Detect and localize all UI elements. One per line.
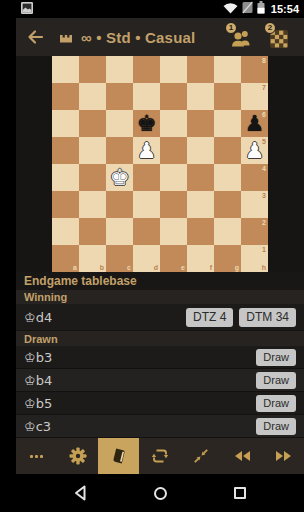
square-c5[interactable] [106, 137, 133, 164]
square-g1[interactable]: g [214, 245, 241, 272]
more-menu-button[interactable] [16, 438, 57, 474]
forward-button[interactable] [263, 438, 304, 474]
file-label-f: f [210, 264, 212, 271]
wifi-icon [223, 0, 238, 18]
android-nav-bar [16, 474, 304, 512]
boards-button[interactable]: 2 [270, 26, 294, 48]
square-h4[interactable]: 4 [241, 164, 268, 191]
battery-icon [257, 0, 265, 18]
clock-time: 15:54 [271, 3, 299, 15]
rank-label-1: 1 [262, 246, 266, 253]
square-h2[interactable]: 2 [241, 218, 268, 245]
square-f5[interactable] [187, 137, 214, 164]
square-c3[interactable] [106, 191, 133, 218]
tablebase-panel: Endgame tablebase Winning ♔d4 DTZ 4 DTM … [16, 272, 304, 438]
square-d8[interactable] [133, 56, 160, 83]
move-row-d4[interactable]: ♔d4 DTZ 4 DTM 34 [16, 304, 304, 331]
file-label-h: h [262, 264, 266, 271]
square-b8[interactable] [79, 56, 106, 83]
square-a6[interactable] [52, 110, 79, 137]
dtm-button[interactable]: DTM 34 [239, 308, 296, 327]
casual-crown-icon [58, 31, 74, 44]
chess-board: 87♚♟6♟♟5♚432abcdefg1h [52, 56, 268, 272]
square-a1[interactable]: a [52, 245, 79, 272]
settings-button[interactable] [57, 438, 98, 474]
square-g2[interactable] [214, 218, 241, 245]
flip-board-button[interactable] [139, 438, 180, 474]
analysis-toolbar [16, 438, 304, 474]
square-e8[interactable] [160, 56, 187, 83]
square-e6[interactable] [160, 110, 187, 137]
rewind-button[interactable] [222, 438, 263, 474]
square-c7[interactable] [106, 83, 133, 110]
move-row-b5[interactable]: ♔b5 Draw [16, 392, 304, 415]
square-e2[interactable] [160, 218, 187, 245]
draw-button[interactable]: Draw [256, 349, 296, 366]
players-badge: 1 [225, 22, 237, 34]
move-row-c3[interactable]: ♔c3 Draw [16, 415, 304, 438]
square-b5[interactable] [79, 137, 106, 164]
square-g8[interactable] [214, 56, 241, 83]
square-d5[interactable]: ♟ [133, 137, 160, 164]
move-san: ♔c3 [16, 419, 256, 434]
rank-label-6: 6 [262, 111, 266, 118]
square-b7[interactable] [79, 83, 106, 110]
players-button[interactable]: 1 [231, 26, 255, 48]
square-e4[interactable] [160, 164, 187, 191]
square-b6[interactable] [79, 110, 106, 137]
square-a5[interactable] [52, 137, 79, 164]
square-a2[interactable] [52, 218, 79, 245]
square-b4[interactable] [79, 164, 106, 191]
square-f1[interactable]: f [187, 245, 214, 272]
square-g7[interactable] [214, 83, 241, 110]
square-b3[interactable] [79, 191, 106, 218]
collapse-arrows-icon [193, 448, 209, 464]
square-d2[interactable] [133, 218, 160, 245]
square-d4[interactable] [133, 164, 160, 191]
square-b2[interactable] [79, 218, 106, 245]
rank-label-3: 3 [262, 192, 266, 199]
square-e3[interactable] [160, 191, 187, 218]
square-g3[interactable] [214, 191, 241, 218]
square-a3[interactable] [52, 191, 79, 218]
file-label-d: d [154, 264, 158, 271]
square-a4[interactable] [52, 164, 79, 191]
file-label-g: g [235, 264, 239, 271]
move-san: ♔d4 [16, 310, 186, 325]
square-f2[interactable] [187, 218, 214, 245]
square-f6[interactable] [187, 110, 214, 137]
boards-badge: 2 [264, 22, 276, 34]
square-c1[interactable]: c [106, 245, 133, 272]
square-e5[interactable] [160, 137, 187, 164]
file-label-e: e [181, 264, 185, 271]
square-d1[interactable]: d [133, 245, 160, 272]
square-g5[interactable] [214, 137, 241, 164]
nav-back-button[interactable] [72, 484, 88, 502]
draw-button[interactable]: Draw [256, 395, 296, 412]
rank-label-2: 2 [262, 219, 266, 226]
rewind-icon [235, 451, 250, 461]
nav-recents-button[interactable] [232, 484, 248, 502]
square-d7[interactable] [133, 83, 160, 110]
white-pawn-piece: ♟ [133, 137, 160, 164]
phone-screen: 15:54 ∞ • Std • Casual [16, 0, 304, 512]
fast-forward-icon [276, 451, 291, 461]
section-drawn: Drawn [16, 331, 304, 346]
square-h7[interactable]: 7 [241, 83, 268, 110]
square-c4[interactable]: ♚ [106, 164, 133, 191]
book-icon [110, 447, 128, 465]
square-f7[interactable] [187, 83, 214, 110]
rank-label-8: 8 [262, 57, 266, 64]
square-c8[interactable] [106, 56, 133, 83]
black-king-piece: ♚ [133, 110, 160, 137]
square-b1[interactable]: b [79, 245, 106, 272]
square-c6[interactable] [106, 110, 133, 137]
back-arrow-icon[interactable] [26, 27, 46, 47]
move-san: ♔b5 [16, 396, 256, 411]
square-h1[interactable]: 1h [241, 245, 268, 272]
rank-label-7: 7 [262, 84, 266, 91]
screenshot-icon [21, 0, 33, 18]
nav-recents-icon [234, 487, 246, 499]
file-label-c: c [127, 264, 131, 271]
square-e7[interactable] [160, 83, 187, 110]
square-f8[interactable] [187, 56, 214, 83]
square-g6[interactable] [214, 110, 241, 137]
square-c2[interactable] [106, 218, 133, 245]
app-bar: ∞ • Std • Casual 1 [16, 18, 304, 56]
tablebase-title: Endgame tablebase [16, 272, 304, 290]
status-bar: 15:54 [16, 0, 304, 18]
square-h5[interactable]: ♟5 [241, 137, 268, 164]
move-san: ♔b4 [16, 373, 256, 388]
collapse-button[interactable] [181, 438, 222, 474]
cycle-arrows-icon [151, 447, 169, 465]
square-h8[interactable]: 8 [241, 56, 268, 83]
move-row-b4[interactable]: ♔b4 Draw [16, 369, 304, 392]
draw-button[interactable]: Draw [256, 418, 296, 435]
square-d6[interactable]: ♚ [133, 110, 160, 137]
rank-label-4: 4 [262, 165, 266, 172]
square-d3[interactable] [133, 191, 160, 218]
file-label-b: b [100, 264, 104, 271]
no-sim-icon [242, 0, 253, 18]
nav-home-icon [154, 487, 167, 500]
game-title: ∞ • Std • Casual [81, 29, 195, 46]
dtz-button[interactable]: DTZ 4 [186, 308, 233, 327]
ellipsis-icon [30, 455, 43, 458]
square-h6[interactable]: ♟6 [241, 110, 268, 137]
square-g4[interactable] [214, 164, 241, 191]
square-a7[interactable] [52, 83, 79, 110]
move-san: ♔b3 [16, 350, 256, 365]
draw-button[interactable]: Draw [256, 372, 296, 389]
square-e1[interactable]: e [160, 245, 187, 272]
rank-label-5: 5 [262, 138, 266, 145]
square-h3[interactable]: 3 [241, 191, 268, 218]
nav-home-button[interactable] [152, 484, 168, 502]
section-winning: Winning [16, 290, 304, 304]
white-king-piece: ♚ [106, 164, 133, 191]
file-label-a: a [73, 264, 77, 271]
square-f3[interactable] [187, 191, 214, 218]
gear-icon [69, 447, 87, 465]
nav-back-icon [73, 484, 87, 502]
move-row-b3[interactable]: ♔b3 Draw [16, 346, 304, 369]
square-f4[interactable] [187, 164, 214, 191]
board-area: 87♚♟6♟♟5♚432abcdefg1h [16, 56, 304, 272]
square-a8[interactable] [52, 56, 79, 83]
tablebase-book-tab[interactable] [98, 438, 139, 474]
